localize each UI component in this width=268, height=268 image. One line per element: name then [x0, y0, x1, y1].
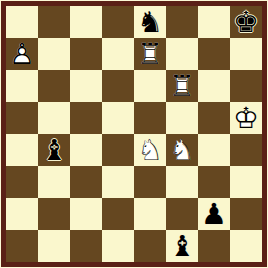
- square-h6[interactable]: [230, 70, 262, 102]
- square-a1[interactable]: [6, 230, 38, 262]
- square-b5[interactable]: [38, 102, 70, 134]
- square-h3[interactable]: [230, 166, 262, 198]
- square-g2[interactable]: ♟: [198, 198, 230, 230]
- board-frame: ♞♚♟♙♜♖♜♖♚♔♝♞♘♞♘♟♝: [1, 1, 267, 267]
- square-g7[interactable]: [198, 38, 230, 70]
- square-a8[interactable]: [6, 6, 38, 38]
- square-c6[interactable]: [70, 70, 102, 102]
- square-a7[interactable]: ♟♙: [6, 38, 38, 70]
- piece-black-pawn[interactable]: ♟: [198, 198, 230, 230]
- square-f1[interactable]: ♝: [166, 230, 198, 262]
- square-g6[interactable]: [198, 70, 230, 102]
- square-a3[interactable]: [6, 166, 38, 198]
- square-d8[interactable]: [102, 6, 134, 38]
- square-f4[interactable]: ♞♘: [166, 134, 198, 166]
- bishop-glyph: ♝: [38, 134, 70, 166]
- knight-outline-glyph: ♘: [134, 134, 166, 166]
- king-glyph: ♚: [230, 6, 262, 38]
- knight-glyph: ♞: [134, 6, 166, 38]
- square-g4[interactable]: [198, 134, 230, 166]
- square-b8[interactable]: [38, 6, 70, 38]
- square-h1[interactable]: [230, 230, 262, 262]
- square-c4[interactable]: [70, 134, 102, 166]
- square-h8[interactable]: ♚: [230, 6, 262, 38]
- square-a5[interactable]: [6, 102, 38, 134]
- piece-black-knight[interactable]: ♞: [134, 6, 166, 38]
- square-h2[interactable]: [230, 198, 262, 230]
- chessboard-grid: ♞♚♟♙♜♖♜♖♚♔♝♞♘♞♘♟♝: [6, 6, 262, 262]
- piece-white-pawn[interactable]: ♟♙: [6, 38, 38, 70]
- square-d1[interactable]: [102, 230, 134, 262]
- piece-white-knight[interactable]: ♞♘: [166, 134, 198, 166]
- square-f8[interactable]: [166, 6, 198, 38]
- square-g8[interactable]: [198, 6, 230, 38]
- knight-outline-glyph: ♘: [166, 134, 198, 166]
- square-e1[interactable]: [134, 230, 166, 262]
- piece-white-rook[interactable]: ♜♖: [134, 38, 166, 70]
- square-a4[interactable]: [6, 134, 38, 166]
- pawn-glyph: ♟: [198, 198, 230, 230]
- square-g3[interactable]: [198, 166, 230, 198]
- square-e7[interactable]: ♜♖: [134, 38, 166, 70]
- pawn-outline-glyph: ♙: [6, 38, 38, 70]
- square-a2[interactable]: [6, 198, 38, 230]
- chess-diagram: ♞♚♟♙♜♖♜♖♚♔♝♞♘♞♘♟♝: [0, 0, 268, 268]
- square-e4[interactable]: ♞♘: [134, 134, 166, 166]
- piece-black-bishop[interactable]: ♝: [38, 134, 70, 166]
- square-e2[interactable]: [134, 198, 166, 230]
- square-d3[interactable]: [102, 166, 134, 198]
- square-b2[interactable]: [38, 198, 70, 230]
- square-g5[interactable]: [198, 102, 230, 134]
- square-f5[interactable]: [166, 102, 198, 134]
- square-c3[interactable]: [70, 166, 102, 198]
- square-c2[interactable]: [70, 198, 102, 230]
- rook-outline-glyph: ♖: [134, 38, 166, 70]
- square-e8[interactable]: ♞: [134, 6, 166, 38]
- square-e6[interactable]: [134, 70, 166, 102]
- square-d4[interactable]: [102, 134, 134, 166]
- square-f3[interactable]: [166, 166, 198, 198]
- piece-white-rook[interactable]: ♜♖: [166, 70, 198, 102]
- square-h4[interactable]: [230, 134, 262, 166]
- piece-black-king[interactable]: ♚: [230, 6, 262, 38]
- square-d2[interactable]: [102, 198, 134, 230]
- square-h7[interactable]: [230, 38, 262, 70]
- square-b6[interactable]: [38, 70, 70, 102]
- square-e3[interactable]: [134, 166, 166, 198]
- square-e5[interactable]: [134, 102, 166, 134]
- square-c5[interactable]: [70, 102, 102, 134]
- square-b3[interactable]: [38, 166, 70, 198]
- square-f7[interactable]: [166, 38, 198, 70]
- square-b4[interactable]: ♝: [38, 134, 70, 166]
- square-b7[interactable]: [38, 38, 70, 70]
- square-c1[interactable]: [70, 230, 102, 262]
- piece-white-knight[interactable]: ♞♘: [134, 134, 166, 166]
- piece-white-king[interactable]: ♚♔: [230, 102, 262, 134]
- piece-black-bishop[interactable]: ♝: [166, 230, 198, 262]
- square-f2[interactable]: [166, 198, 198, 230]
- square-c7[interactable]: [70, 38, 102, 70]
- king-outline-glyph: ♔: [230, 102, 262, 134]
- square-d6[interactable]: [102, 70, 134, 102]
- bishop-glyph: ♝: [166, 230, 198, 262]
- square-a6[interactable]: [6, 70, 38, 102]
- square-h5[interactable]: ♚♔: [230, 102, 262, 134]
- square-g1[interactable]: [198, 230, 230, 262]
- rook-outline-glyph: ♖: [166, 70, 198, 102]
- square-b1[interactable]: [38, 230, 70, 262]
- square-f6[interactable]: ♜♖: [166, 70, 198, 102]
- square-c8[interactable]: [70, 6, 102, 38]
- square-d5[interactable]: [102, 102, 134, 134]
- square-d7[interactable]: [102, 38, 134, 70]
